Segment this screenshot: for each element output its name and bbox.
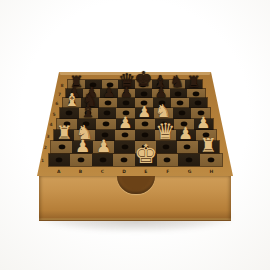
square-a1[interactable] [49,154,71,167]
square-a2[interactable] [51,141,72,153]
square-g6[interactable] [171,98,189,108]
file-label-E: E [144,168,147,173]
piece-white-pawn-c2[interactable]: ♟ [96,138,111,155]
piece-white-king-e1[interactable]: ♚ [134,141,158,167]
piece-black-king-e8[interactable]: ♚ [134,69,152,90]
rank-label-6: 6 [55,101,58,106]
rank-label-8: 8 [60,82,63,87]
square-c4[interactable] [96,119,116,130]
file-label-H: H [209,168,213,173]
rank-label-1: 1 [41,157,44,162]
piece-black-pawn-d7[interactable]: ♟ [120,85,133,99]
piece-black-knight-g8[interactable]: ♞ [170,74,185,90]
square-f1[interactable] [157,154,179,167]
square-c5[interactable] [98,108,117,118]
thumb-notch [117,176,155,194]
square-g2[interactable] [177,141,198,153]
piece-white-queen-f3[interactable]: ♛ [155,120,175,142]
piece-white-pawn-g3[interactable]: ♟ [178,126,193,142]
rank-label-7: 7 [58,91,61,96]
square-h6[interactable] [189,98,207,108]
rank-label-5: 5 [52,111,55,116]
piece-white-rook-h2[interactable]: ♜ [200,135,217,154]
box-front-face [39,176,231,221]
piece-white-pawn-e5[interactable]: ♟ [138,104,152,119]
square-g1[interactable] [178,154,200,167]
rank-label-4: 4 [49,122,52,127]
piece-white-rook-a3[interactable]: ♜ [56,124,73,142]
square-a5[interactable] [60,108,79,118]
travel-chess-set-photo: ABCDEFGH87654321 ♜♛♚♝♞♜♟♟♟♟♟♞♝♝♟♞♟♟♜♞♛♟♟… [0,0,270,270]
piece-white-pawn-d4[interactable]: ♟ [118,115,132,131]
rank-label-3: 3 [46,133,49,138]
square-d1[interactable] [113,154,135,167]
piece-black-pawn-f7[interactable]: ♟ [155,85,168,99]
piece-black-pawn-c7[interactable]: ♟ [103,85,116,99]
file-label-F: F [166,168,169,173]
piece-white-pawn-b2[interactable]: ♟ [75,138,90,155]
rank-label-2: 2 [44,145,47,150]
square-d2[interactable] [114,141,135,153]
file-label-D: D [122,168,126,173]
file-label-A: A [57,168,60,173]
piece-black-rook-h8[interactable]: ♜ [187,75,201,91]
piece-white-bishop-a6[interactable]: ♝ [64,92,80,110]
file-label-B: B [79,168,82,173]
piece-white-pawn-h4[interactable]: ♟ [196,115,210,131]
piece-black-bishop-b5[interactable]: ♝ [80,102,96,120]
file-label-G: G [188,168,192,173]
file-label-C: C [101,168,104,173]
